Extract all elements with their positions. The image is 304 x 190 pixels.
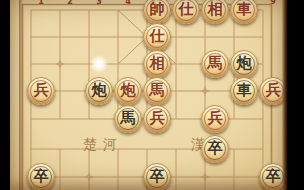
piece-black-cannon[interactable]: 炮	[230, 50, 258, 78]
piece-glyph: 卒	[208, 141, 223, 156]
piece-glyph: 相	[150, 56, 165, 71]
piece-red-chariot[interactable]: 車	[230, 0, 258, 24]
piece-red-cannon[interactable]: 炮	[114, 77, 142, 105]
piece-glyph: 炮	[237, 56, 252, 71]
piece-black-soldier[interactable]: 卒	[143, 163, 171, 190]
piece-glyph: 帥	[150, 2, 165, 17]
piece-red-elephant[interactable]: 相	[143, 50, 171, 78]
letterbox-right	[287, 0, 304, 190]
piece-glyph: 炮	[121, 83, 136, 98]
piece-glyph: 車	[237, 2, 252, 17]
piece-red-advisor[interactable]: 仕	[143, 23, 171, 51]
piece-black-cannon[interactable]: 炮	[85, 77, 113, 105]
piece-glyph: 卒	[150, 169, 165, 184]
piece-red-soldier[interactable]: 兵	[27, 77, 55, 105]
piece-red-soldier[interactable]: 兵	[143, 105, 171, 133]
piece-black-soldier[interactable]: 卒	[201, 135, 229, 163]
xiangqi-screenshot: 123456789 楚河 漢界 帥仕相車仕相馬炮兵炮炮馬車兵馬兵兵卒卒卒卒	[0, 0, 304, 190]
piece-red-elephant[interactable]: 相	[201, 0, 229, 24]
piece-glyph: 馬	[150, 83, 165, 98]
board-surface[interactable]: 123456789 楚河 漢界 帥仕相車仕相馬炮兵炮炮馬車兵馬兵兵卒卒卒卒	[10, 0, 287, 190]
piece-glyph: 馬	[121, 111, 136, 126]
piece-glyph: 兵	[34, 83, 49, 98]
letterbox-left	[0, 0, 10, 190]
piece-glyph: 炮	[92, 83, 107, 98]
piece-black-soldier[interactable]: 卒	[27, 163, 55, 190]
piece-red-general[interactable]: 帥	[143, 0, 171, 24]
board-left-edge	[19, 0, 23, 190]
piece-black-chariot[interactable]: 車	[230, 77, 258, 105]
piece-glyph: 卒	[266, 169, 281, 184]
piece-red-horse[interactable]: 馬	[201, 50, 229, 78]
pieces-layer: 帥仕相車仕相馬炮兵炮炮馬車兵馬兵兵卒卒卒卒	[10, 0, 287, 190]
piece-black-horse[interactable]: 馬	[114, 105, 142, 133]
piece-glyph: 兵	[208, 111, 223, 126]
piece-red-horse[interactable]: 馬	[143, 77, 171, 105]
piece-glyph: 兵	[150, 111, 165, 126]
piece-glyph: 車	[237, 83, 252, 98]
piece-red-soldier[interactable]: 兵	[201, 105, 229, 133]
piece-glyph: 仕	[179, 2, 194, 17]
piece-glyph: 馬	[208, 56, 223, 71]
piece-glyph: 仕	[150, 29, 165, 44]
piece-glyph: 相	[208, 2, 223, 17]
piece-red-advisor[interactable]: 仕	[172, 0, 200, 24]
piece-glyph: 卒	[34, 169, 49, 184]
piece-glyph: 兵	[266, 83, 281, 98]
